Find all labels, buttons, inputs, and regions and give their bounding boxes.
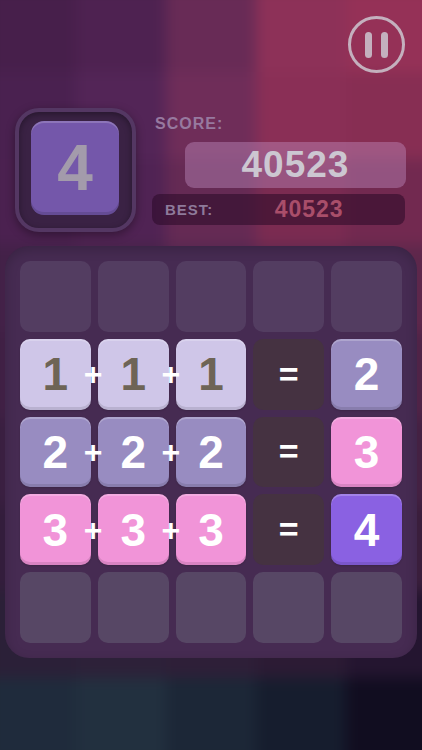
- equals-cell: =: [253, 417, 324, 488]
- bg-square: [166, 0, 256, 72]
- empty-cell: [176, 261, 247, 332]
- plus-sign: +: [161, 358, 180, 390]
- pause-icon: [381, 32, 388, 58]
- best-label: BEST:: [152, 201, 213, 218]
- game-board: 1+1+1=22+2+2=33+3+3=4: [5, 246, 417, 658]
- best-bar: BEST: 40523: [152, 194, 405, 225]
- game-screen: 4 SCORE: 40523 BEST: 40523 1+1+1=22+2+2=…: [0, 0, 422, 750]
- tile-2[interactable]: 2: [176, 417, 247, 488]
- empty-cell: [253, 261, 324, 332]
- tile-2[interactable]: 2+: [98, 417, 169, 488]
- next-tile-well: 4: [15, 108, 136, 232]
- plus-sign: +: [161, 514, 180, 546]
- bg-square: [76, 678, 166, 750]
- tile-3[interactable]: 3: [331, 417, 402, 488]
- plus-sign: +: [84, 436, 103, 468]
- best-value: 40523: [213, 196, 405, 223]
- equals-cell: =: [253, 494, 324, 565]
- empty-cell: [20, 261, 91, 332]
- empty-cell: [20, 572, 91, 643]
- empty-cell: [98, 261, 169, 332]
- empty-cell: [331, 572, 402, 643]
- bg-square: [346, 678, 422, 750]
- pause-icon: [365, 32, 372, 58]
- empty-cell: [176, 572, 247, 643]
- tile-2[interactable]: 2: [331, 339, 402, 410]
- empty-cell: [253, 572, 324, 643]
- tile-1[interactable]: 1+: [20, 339, 91, 410]
- equals-cell: =: [253, 339, 324, 410]
- bg-square: [0, 0, 76, 72]
- next-tile: 4: [31, 121, 119, 215]
- bg-square: [256, 678, 346, 750]
- tile-1[interactable]: 1+: [98, 339, 169, 410]
- tile-2[interactable]: 2+: [20, 417, 91, 488]
- plus-sign: +: [84, 358, 103, 390]
- plus-sign: +: [161, 436, 180, 468]
- bg-square: [0, 678, 76, 750]
- empty-cell: [98, 572, 169, 643]
- score-value: 40523: [242, 144, 350, 186]
- bg-square: [256, 0, 346, 72]
- tile-3[interactable]: 3+: [20, 494, 91, 565]
- score-label: SCORE:: [155, 115, 223, 133]
- plus-sign: +: [84, 514, 103, 546]
- tile-3[interactable]: 3+: [98, 494, 169, 565]
- bg-square: [166, 678, 256, 750]
- tile-4[interactable]: 4: [331, 494, 402, 565]
- tile-3[interactable]: 3: [176, 494, 247, 565]
- score-bar: 40523: [185, 142, 406, 188]
- tile-1[interactable]: 1: [176, 339, 247, 410]
- pause-button[interactable]: [348, 16, 405, 73]
- empty-cell: [331, 261, 402, 332]
- bg-square: [76, 0, 166, 72]
